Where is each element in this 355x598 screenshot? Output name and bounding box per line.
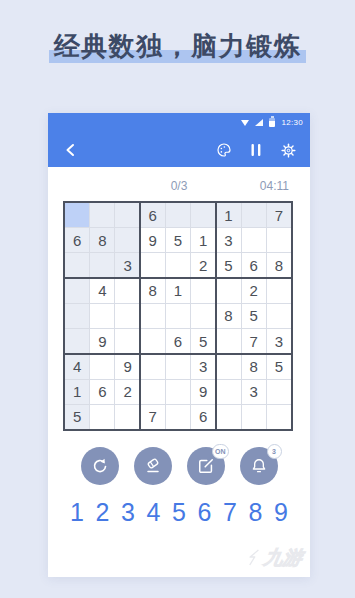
cell-r7c8[interactable]: 8: [242, 354, 266, 378]
app-screen: 12:30: [48, 113, 310, 577]
cell-r1c4[interactable]: 6: [141, 203, 165, 227]
cell-r9c5[interactable]: [166, 405, 190, 429]
back-button[interactable]: [60, 139, 82, 161]
cell-r3c5[interactable]: [166, 253, 190, 277]
game-info-row: 0/3 04:11: [48, 179, 310, 193]
cell-r6c5[interactable]: 6: [166, 329, 190, 353]
cell-r8c3[interactable]: 2: [115, 380, 139, 404]
cell-r7c9[interactable]: 5: [267, 354, 291, 378]
theme-button[interactable]: [214, 140, 234, 160]
num-key-6[interactable]: 6: [192, 498, 218, 526]
eraser-button[interactable]: [134, 447, 172, 485]
cell-r2c5[interactable]: 5: [166, 228, 190, 252]
notes-icon: [196, 456, 216, 476]
number-pad: 123456789: [48, 498, 310, 526]
wifi-icon: [241, 120, 249, 126]
cell-r1c7[interactable]: 1: [216, 203, 240, 227]
header-actions: [214, 138, 298, 162]
cell-r1c8[interactable]: [242, 203, 266, 227]
undo-icon: [90, 456, 110, 476]
num-key-4[interactable]: 4: [141, 498, 167, 526]
cell-r1c2[interactable]: [90, 203, 114, 227]
cell-r3c9[interactable]: 8: [267, 253, 291, 277]
cell-r4c6[interactable]: [191, 279, 215, 303]
cell-r8c1[interactable]: 1: [65, 380, 89, 404]
cell-r7c5[interactable]: [166, 354, 190, 378]
cell-r7c4[interactable]: [141, 354, 165, 378]
num-key-8[interactable]: 8: [243, 498, 269, 526]
cell-r5c1[interactable]: [65, 304, 89, 328]
game-timer: 04:11: [260, 179, 289, 193]
cell-r4c3[interactable]: [115, 279, 139, 303]
clock-time: 12:30: [281, 118, 303, 127]
watermark-text: 九游: [262, 545, 305, 571]
cell-r7c6[interactable]: 3: [191, 354, 215, 378]
watermark-logo-icon: [244, 549, 263, 567]
cell-r8c9[interactable]: [267, 380, 291, 404]
cell-r7c7[interactable]: [216, 354, 240, 378]
cell-r6c7[interactable]: [216, 329, 240, 353]
cell-r4c2[interactable]: 4: [90, 279, 114, 303]
settings-button[interactable]: [278, 140, 298, 160]
num-key-1[interactable]: 1: [64, 498, 90, 526]
cell-r2c8[interactable]: [242, 228, 266, 252]
cell-r7c3[interactable]: 9: [115, 354, 139, 378]
eraser-icon: [143, 456, 163, 476]
cell-r5c4[interactable]: [141, 304, 165, 328]
hint-count-badge: 3: [267, 444, 282, 459]
cell-r6c2[interactable]: 9: [90, 329, 114, 353]
undo-button[interactable]: [81, 447, 119, 485]
cell-r3c6[interactable]: 2: [191, 253, 215, 277]
pause-button[interactable]: [246, 140, 266, 160]
cell-r8c2[interactable]: 6: [90, 380, 114, 404]
cell-r6c4[interactable]: [141, 329, 165, 353]
cell-r9c6[interactable]: 6: [191, 405, 215, 429]
palette-icon: [215, 141, 233, 159]
cell-r5c2[interactable]: [90, 304, 114, 328]
cell-r1c5[interactable]: [166, 203, 190, 227]
cell-r1c9[interactable]: 7: [267, 203, 291, 227]
cell-r2c7[interactable]: 3: [216, 228, 240, 252]
cell-r4c7[interactable]: [216, 279, 240, 303]
cell-r8c5[interactable]: [166, 380, 190, 404]
toolbar: ON 3: [48, 447, 310, 487]
cell-r5c5[interactable]: [166, 304, 190, 328]
cell-r5c6[interactable]: [191, 304, 215, 328]
cell-r8c4[interactable]: [141, 380, 165, 404]
num-key-3[interactable]: 3: [115, 498, 141, 526]
cell-r9c3[interactable]: [115, 405, 139, 429]
cell-r4c5[interactable]: 1: [166, 279, 190, 303]
cell-r5c3[interactable]: [115, 304, 139, 328]
cell-r1c6[interactable]: [191, 203, 215, 227]
cell-r4c8[interactable]: 2: [242, 279, 266, 303]
bell-icon: [249, 456, 269, 476]
cell-r3c4[interactable]: [141, 253, 165, 277]
cell-r3c3[interactable]: 3: [115, 253, 139, 277]
sudoku-board: 61768951332568481285965734938516293576: [63, 201, 293, 431]
cell-r9c1[interactable]: 5: [65, 405, 89, 429]
app-header: 12:30: [48, 113, 310, 167]
sudoku-grid: 61768951332568481285965734938516293576: [65, 203, 291, 429]
cell-r6c3[interactable]: [115, 329, 139, 353]
cell-r6c1[interactable]: [65, 329, 89, 353]
cell-r1c1[interactable]: [65, 203, 89, 227]
cell-r6c6[interactable]: 5: [191, 329, 215, 353]
cell-r1c3[interactable]: [115, 203, 139, 227]
num-key-5[interactable]: 5: [166, 498, 192, 526]
cell-r2c4[interactable]: 9: [141, 228, 165, 252]
nav-row: [48, 131, 310, 167]
cell-r9c8[interactable]: [242, 405, 266, 429]
cell-r9c2[interactable]: [90, 405, 114, 429]
watermark: 九游: [244, 545, 305, 571]
signal-icon: [255, 119, 263, 126]
notes-state-badge: ON: [212, 444, 229, 459]
cell-r5c8[interactable]: 5: [242, 304, 266, 328]
cell-r2c9[interactable]: [267, 228, 291, 252]
cell-r7c1[interactable]: 4: [65, 354, 89, 378]
cell-r4c9[interactable]: [267, 279, 291, 303]
cell-r6c9[interactable]: 3: [267, 329, 291, 353]
cell-r9c7[interactable]: [216, 405, 240, 429]
cell-r3c1[interactable]: [65, 253, 89, 277]
num-key-7[interactable]: 7: [217, 498, 243, 526]
battery-icon: [269, 118, 275, 127]
cell-r3c2[interactable]: [90, 253, 114, 277]
num-key-9[interactable]: 9: [268, 498, 294, 526]
cell-r8c6[interactable]: 9: [191, 380, 215, 404]
cell-r2c3[interactable]: [115, 228, 139, 252]
cell-r2c1[interactable]: 6: [65, 228, 89, 252]
cell-r4c4[interactable]: 8: [141, 279, 165, 303]
notes-button[interactable]: ON: [187, 447, 225, 485]
cell-r7c2[interactable]: [90, 354, 114, 378]
cell-r5c7[interactable]: 8: [216, 304, 240, 328]
page-title: 经典数独，脑力锻炼: [49, 30, 307, 64]
cell-r9c9[interactable]: [267, 405, 291, 429]
num-key-2[interactable]: 2: [90, 498, 116, 526]
cell-r3c8[interactable]: 6: [242, 253, 266, 277]
hint-button[interactable]: 3: [240, 447, 278, 485]
status-bar: 12:30: [241, 116, 303, 129]
cell-r8c8[interactable]: 3: [242, 380, 266, 404]
cell-r4c1[interactable]: [65, 279, 89, 303]
cell-r6c8[interactable]: 7: [242, 329, 266, 353]
back-icon: [63, 142, 79, 158]
cell-r9c4[interactable]: 7: [141, 405, 165, 429]
cell-r8c7[interactable]: [216, 380, 240, 404]
slogan-banner: 经典数独，脑力锻炼: [0, 30, 355, 64]
cell-r5c9[interactable]: [267, 304, 291, 328]
cell-r3c7[interactable]: 5: [216, 253, 240, 277]
gear-icon: [280, 142, 297, 159]
cell-r2c6[interactable]: 1: [191, 228, 215, 252]
pause-icon: [249, 142, 263, 158]
cell-r2c2[interactable]: 8: [90, 228, 114, 252]
